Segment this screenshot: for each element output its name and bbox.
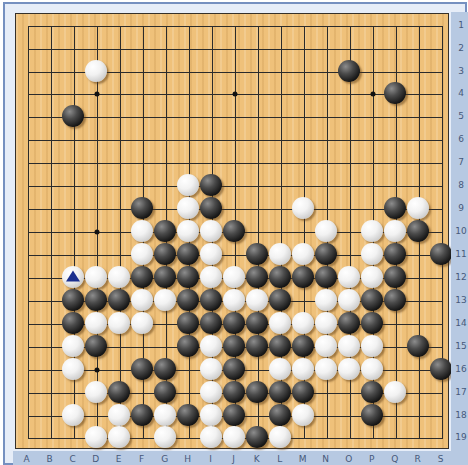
stone-white[interactable] — [177, 220, 199, 242]
stone-white[interactable] — [200, 243, 222, 265]
stone-black[interactable] — [384, 289, 406, 311]
stone-white[interactable] — [200, 335, 222, 357]
stone-white[interactable] — [384, 220, 406, 242]
stone-black[interactable] — [384, 82, 406, 104]
stone-black[interactable] — [85, 289, 107, 311]
stone-white[interactable] — [361, 266, 383, 288]
stone-white[interactable] — [292, 358, 314, 380]
stone-black[interactable] — [177, 312, 199, 334]
stone-black[interactable] — [269, 289, 291, 311]
stone-white[interactable] — [62, 358, 84, 380]
row-label: 1 — [458, 20, 464, 30]
stone-black[interactable] — [430, 243, 452, 265]
star-point — [232, 92, 237, 97]
stone-white[interactable] — [200, 426, 222, 448]
stone-black[interactable] — [407, 220, 429, 242]
stone-white[interactable] — [315, 312, 337, 334]
row-label: 6 — [458, 134, 464, 144]
row-labels: 12345678910111213141516171819 — [451, 12, 468, 465]
column-label: P — [369, 454, 374, 464]
stone-white[interactable] — [85, 266, 107, 288]
stone-black[interactable] — [131, 404, 153, 426]
stone-black[interactable] — [108, 381, 130, 403]
stone-white[interactable] — [315, 358, 337, 380]
stone-white[interactable] — [85, 312, 107, 334]
row-label: 15 — [455, 341, 466, 351]
stone-black[interactable] — [269, 404, 291, 426]
stone-black[interactable] — [292, 335, 314, 357]
stone-white[interactable] — [292, 243, 314, 265]
stone-black[interactable] — [223, 312, 245, 334]
row-label: 5 — [458, 111, 464, 121]
stone-black[interactable] — [430, 358, 452, 380]
stone-white[interactable] — [131, 243, 153, 265]
stone-white[interactable] — [85, 381, 107, 403]
stone-black[interactable] — [131, 358, 153, 380]
stone-black[interactable] — [246, 243, 268, 265]
stone-black[interactable] — [246, 266, 268, 288]
stone-white[interactable] — [200, 381, 222, 403]
stone-black[interactable] — [108, 289, 130, 311]
row-label: 11 — [455, 249, 466, 259]
stone-white[interactable] — [85, 60, 107, 82]
stone-white[interactable] — [131, 289, 153, 311]
column-label: Q — [391, 454, 398, 464]
stone-black[interactable] — [223, 335, 245, 357]
board-frame: ABCDEFGHIJKLMNOPQRS 12345678910111213141… — [3, 2, 467, 465]
column-label: D — [92, 454, 99, 464]
column-label: N — [322, 454, 329, 464]
stone-white[interactable] — [269, 243, 291, 265]
stone-black[interactable] — [246, 426, 268, 448]
stone-black[interactable] — [177, 404, 199, 426]
row-label: 10 — [455, 226, 466, 236]
stone-black[interactable] — [154, 358, 176, 380]
last-move-marker — [66, 271, 80, 282]
stone-white[interactable] — [338, 335, 360, 357]
stone-white[interactable] — [361, 220, 383, 242]
column-label: B — [47, 454, 53, 464]
stone-white[interactable] — [338, 289, 360, 311]
stone-white[interactable] — [384, 381, 406, 403]
stone-white[interactable] — [246, 289, 268, 311]
stone-black[interactable] — [361, 381, 383, 403]
stone-black[interactable] — [361, 404, 383, 426]
stone-black[interactable] — [246, 312, 268, 334]
star-point — [94, 367, 99, 372]
stone-black[interactable] — [361, 312, 383, 334]
stone-black[interactable] — [177, 335, 199, 357]
stone-white[interactable] — [200, 266, 222, 288]
stone-white[interactable] — [361, 243, 383, 265]
stone-black[interactable] — [269, 381, 291, 403]
stone-white[interactable] — [200, 358, 222, 380]
column-label: A — [24, 454, 30, 464]
stone-black[interactable] — [292, 266, 314, 288]
stone-black[interactable] — [131, 266, 153, 288]
stone-black[interactable] — [246, 335, 268, 357]
stone-black[interactable] — [62, 289, 84, 311]
stone-white[interactable] — [200, 220, 222, 242]
stone-black[interactable] — [315, 266, 337, 288]
stone-black[interactable] — [177, 289, 199, 311]
stone-white[interactable] — [177, 174, 199, 196]
column-label: M — [299, 454, 307, 464]
stone-white[interactable] — [154, 426, 176, 448]
stone-white[interactable] — [338, 358, 360, 380]
star-point — [94, 92, 99, 97]
row-label: 13 — [455, 295, 466, 305]
column-label: F — [139, 454, 144, 464]
go-app-window: ABCDEFGHIJKLMNOPQRS 12345678910111213141… — [0, 0, 468, 465]
row-label: 3 — [458, 66, 464, 76]
stone-white[interactable] — [108, 404, 130, 426]
row-label: 17 — [455, 387, 466, 397]
column-label: R — [415, 454, 421, 464]
stone-black[interactable] — [384, 197, 406, 219]
stone-white[interactable] — [85, 426, 107, 448]
column-labels: ABCDEFGHIJKLMNOPQRS — [13, 451, 468, 465]
stone-black[interactable] — [177, 243, 199, 265]
row-label: 12 — [455, 272, 466, 282]
stone-black[interactable] — [223, 358, 245, 380]
stone-black[interactable] — [292, 381, 314, 403]
stone-black[interactable] — [154, 266, 176, 288]
stone-black[interactable] — [315, 243, 337, 265]
stone-white[interactable] — [131, 312, 153, 334]
stone-white[interactable] — [223, 426, 245, 448]
column-label: G — [161, 454, 168, 464]
row-label: 7 — [458, 157, 464, 167]
stone-black[interactable] — [131, 197, 153, 219]
stone-white[interactable] — [315, 289, 337, 311]
stone-white[interactable] — [361, 358, 383, 380]
star-point — [370, 92, 375, 97]
go-board[interactable] — [15, 13, 449, 449]
stone-black[interactable] — [407, 335, 429, 357]
stone-white[interactable] — [62, 335, 84, 357]
stone-white[interactable] — [108, 312, 130, 334]
star-point — [94, 230, 99, 235]
stone-black[interactable] — [62, 312, 84, 334]
stone-white[interactable] — [269, 358, 291, 380]
stone-white[interactable] — [292, 404, 314, 426]
stone-black[interactable] — [200, 174, 222, 196]
stone-black[interactable] — [200, 197, 222, 219]
row-label: 2 — [458, 43, 464, 53]
column-label: H — [184, 454, 191, 464]
stone-white[interactable] — [292, 197, 314, 219]
stone-white[interactable] — [200, 404, 222, 426]
column-label: C — [70, 454, 76, 464]
column-label: L — [277, 454, 282, 464]
stone-black[interactable] — [62, 105, 84, 127]
stone-white[interactable] — [177, 197, 199, 219]
stone-white[interactable] — [108, 426, 130, 448]
stone-white[interactable] — [154, 289, 176, 311]
stone-black[interactable] — [338, 312, 360, 334]
stone-white[interactable] — [338, 266, 360, 288]
stone-black[interactable] — [154, 243, 176, 265]
stone-black[interactable] — [177, 266, 199, 288]
stone-black[interactable] — [269, 335, 291, 357]
stone-black[interactable] — [154, 381, 176, 403]
stone-white[interactable] — [407, 197, 429, 219]
row-label: 8 — [458, 180, 464, 190]
stone-white[interactable] — [269, 312, 291, 334]
stone-white[interactable] — [315, 220, 337, 242]
stone-white[interactable] — [108, 266, 130, 288]
stone-black[interactable] — [223, 220, 245, 242]
row-label: 9 — [458, 203, 464, 213]
stone-white[interactable] — [62, 404, 84, 426]
stone-black[interactable] — [200, 289, 222, 311]
stone-white[interactable] — [269, 426, 291, 448]
stone-black[interactable] — [223, 404, 245, 426]
row-label: 4 — [458, 88, 464, 98]
stone-black[interactable] — [269, 266, 291, 288]
column-label: J — [232, 454, 235, 464]
row-label: 16 — [455, 364, 466, 374]
stone-white[interactable] — [361, 335, 383, 357]
row-label: 14 — [455, 318, 466, 328]
stone-black[interactable] — [338, 60, 360, 82]
stone-white[interactable] — [154, 404, 176, 426]
stone-black[interactable] — [154, 220, 176, 242]
column-label: O — [345, 454, 352, 464]
stone-white[interactable] — [315, 335, 337, 357]
stone-black[interactable] — [361, 289, 383, 311]
stone-white[interactable] — [223, 266, 245, 288]
column-label: E — [116, 454, 122, 464]
column-label: S — [438, 454, 444, 464]
stone-black[interactable] — [85, 335, 107, 357]
stone-black[interactable] — [246, 381, 268, 403]
stone-black[interactable] — [200, 312, 222, 334]
stone-black[interactable] — [384, 243, 406, 265]
stone-white[interactable] — [223, 289, 245, 311]
row-label: 19 — [455, 432, 466, 442]
stone-white[interactable] — [292, 312, 314, 334]
grid-line-vertical — [258, 26, 259, 440]
stone-black[interactable] — [384, 266, 406, 288]
column-label: I — [209, 454, 212, 464]
column-label: K — [254, 454, 260, 464]
row-label: 18 — [455, 410, 466, 420]
stone-black[interactable] — [223, 381, 245, 403]
stone-white[interactable] — [131, 220, 153, 242]
